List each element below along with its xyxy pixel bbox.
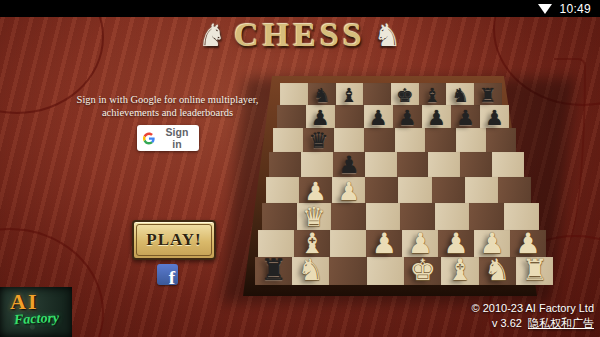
square-a7 [277,105,306,128]
square-f1 [441,257,478,285]
square-c3 [331,203,366,230]
square-e1 [404,257,441,285]
square-f8 [419,83,447,105]
square-g3 [469,203,504,230]
signin-button-label: Sign in [161,126,193,150]
square-e4 [398,177,431,203]
square-d4 [365,177,398,203]
square-h1 [516,257,553,285]
square-f3 [435,203,470,230]
facebook-button[interactable]: f [157,264,178,285]
board-row [280,83,502,105]
square-b2 [294,230,330,257]
square-h4 [498,177,531,203]
privacy-link[interactable]: 隐私权和广告 [528,317,594,329]
version-text: v 3.62 [492,317,522,329]
square-c6 [334,128,364,152]
square-b6 [303,128,333,152]
google-g-icon [143,132,155,145]
square-g8 [446,83,474,105]
square-d3 [366,203,401,230]
square-c7 [335,105,364,128]
knight-right-icon: ♞ [374,20,402,51]
square-f4 [432,177,465,203]
square-b3 [297,203,332,230]
signin-prompt: Sign in with Google for online multiplay… [65,94,270,119]
square-b4 [299,177,332,203]
chess-board: ♞♝♚♝♞♜♟♟♟♟♟♟♛♟♜♟♟♛♝♟♟♟♟♟♞♚♝♞♜ [243,66,570,296]
knight-left-icon: ♞ [198,20,226,51]
ai-factory-logo: AI Factory [0,287,72,337]
square-g7 [451,105,480,128]
square-c4 [332,177,365,203]
clock: 10:49 [559,2,591,16]
board-row [277,105,510,128]
wifi-icon [538,4,552,14]
square-d5 [365,152,397,177]
board-row [269,152,524,177]
google-signin-button[interactable]: Sign in [137,125,199,151]
square-a2 [258,230,294,257]
square-a8 [280,83,308,105]
square-e7 [393,105,422,128]
footer: © 2010-23 AI Factory Ltd v 3.62 隐私权和广告 [472,301,594,331]
square-f7 [422,105,451,128]
square-e6 [395,128,425,152]
signin-prompt-line1: Sign in with Google for online multiplay… [77,94,259,105]
status-bar: 10:49 [0,0,600,17]
square-a1 [255,257,292,285]
board-row [255,257,554,285]
play-button-label: PLAY! [146,230,201,250]
square-h7 [480,105,509,128]
square-a6 [273,128,303,152]
app-screen: 10:49 ♞ CHESS ♞ Sign in with Google for … [0,0,600,337]
square-a3 [262,203,297,230]
square-g4 [465,177,498,203]
logo-text-factory: Factory [14,310,60,328]
square-h8 [474,83,502,105]
board-row [258,230,546,257]
copyright-text: © 2010-23 AI Factory Ltd [472,301,594,316]
square-c5 [333,152,365,177]
play-button[interactable]: PLAY! [132,220,216,260]
square-b8 [308,83,336,105]
square-c1 [329,257,366,285]
square-h5 [492,152,524,177]
square-e2 [402,230,438,257]
square-e3 [400,203,435,230]
square-d6 [364,128,394,152]
board-row [262,203,539,230]
square-g1 [479,257,516,285]
board-row [266,177,532,203]
square-d2 [366,230,402,257]
square-c8 [336,83,364,105]
square-d8 [363,83,391,105]
square-a5 [269,152,301,177]
play-button-inner: PLAY! [136,224,212,256]
board-row [273,128,517,152]
app-title: CHESS [234,16,366,54]
square-d1 [367,257,404,285]
facebook-icon: f [169,267,175,285]
square-h2 [510,230,546,257]
square-h3 [504,203,539,230]
title-banner: ♞ CHESS ♞ [0,16,600,54]
square-f2 [438,230,474,257]
square-g5 [460,152,492,177]
square-b5 [301,152,333,177]
square-a4 [266,177,299,203]
square-g6 [456,128,486,152]
square-b1 [292,257,329,285]
square-e5 [397,152,429,177]
square-b7 [306,105,335,128]
signin-prompt-line2: achievements and leaderboards [102,107,233,118]
square-h6 [486,128,516,152]
square-f6 [425,128,455,152]
square-e8 [391,83,419,105]
square-c2 [330,230,366,257]
square-f5 [428,152,460,177]
square-g2 [474,230,510,257]
square-d7 [364,105,393,128]
